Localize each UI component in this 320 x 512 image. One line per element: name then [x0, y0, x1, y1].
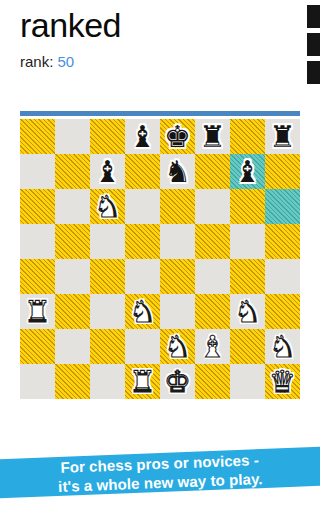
- square-b4[interactable]: [55, 259, 90, 294]
- square-b2[interactable]: [55, 329, 90, 364]
- piece-black-knight[interactable]: ♞: [160, 154, 195, 189]
- piece-white-knight[interactable]: ♞: [230, 294, 265, 329]
- page-title: ranked: [20, 6, 121, 45]
- piece-white-king[interactable]: ♚: [160, 364, 195, 399]
- piece-white-queen[interactable]: ♛: [265, 364, 300, 399]
- piece-white-knight[interactable]: ♞: [90, 189, 125, 224]
- piece-black-bishop[interactable]: ♝: [125, 119, 160, 154]
- square-c5[interactable]: [90, 224, 125, 259]
- square-f4[interactable]: [195, 259, 230, 294]
- square-h7[interactable]: [265, 154, 300, 189]
- square-a4[interactable]: [20, 259, 55, 294]
- square-e8[interactable]: ♚: [160, 119, 195, 154]
- square-c2[interactable]: [90, 329, 125, 364]
- square-f8[interactable]: ♜: [195, 119, 230, 154]
- piece-black-king[interactable]: ♚: [160, 119, 195, 154]
- square-g7[interactable]: ♝: [230, 154, 265, 189]
- square-d8[interactable]: ♝: [125, 119, 160, 154]
- square-g5[interactable]: [230, 224, 265, 259]
- square-d4[interactable]: [125, 259, 160, 294]
- rank-label: rank:: [20, 53, 53, 70]
- square-f5[interactable]: [195, 224, 230, 259]
- square-c3[interactable]: [90, 294, 125, 329]
- square-a7[interactable]: [20, 154, 55, 189]
- square-h1[interactable]: ♛: [265, 364, 300, 399]
- square-e7[interactable]: ♞: [160, 154, 195, 189]
- menu-bar: [307, 61, 320, 84]
- square-b5[interactable]: [55, 224, 90, 259]
- square-g3[interactable]: ♞: [230, 294, 265, 329]
- square-e1[interactable]: ♚: [160, 364, 195, 399]
- square-c4[interactable]: [90, 259, 125, 294]
- piece-white-rook[interactable]: ♜: [20, 294, 55, 329]
- menu-bar: [307, 33, 320, 56]
- piece-black-bishop[interactable]: ♝: [230, 154, 265, 189]
- square-e2[interactable]: ♞: [160, 329, 195, 364]
- square-g6[interactable]: [230, 189, 265, 224]
- square-d6[interactable]: [125, 189, 160, 224]
- square-g8[interactable]: [230, 119, 265, 154]
- square-a6[interactable]: [20, 189, 55, 224]
- square-b7[interactable]: [55, 154, 90, 189]
- chess-board: ♝♚♜♜♝♞♝♞♜♞♞♞♝♞♜♚♛: [20, 119, 300, 399]
- square-a3[interactable]: ♜: [20, 294, 55, 329]
- square-c6[interactable]: ♞: [90, 189, 125, 224]
- square-b6[interactable]: [55, 189, 90, 224]
- promo-banner: For chess pros or novices - it's a whole…: [0, 447, 320, 499]
- square-e6[interactable]: [160, 189, 195, 224]
- square-h2[interactable]: ♞: [265, 329, 300, 364]
- square-f7[interactable]: [195, 154, 230, 189]
- square-c7[interactable]: ♝: [90, 154, 125, 189]
- piece-white-knight[interactable]: ♞: [265, 329, 300, 364]
- square-d1[interactable]: ♜: [125, 364, 160, 399]
- piece-white-bishop[interactable]: ♝: [195, 329, 230, 364]
- square-h3[interactable]: [265, 294, 300, 329]
- piece-white-knight[interactable]: ♞: [125, 294, 160, 329]
- square-b8[interactable]: [55, 119, 90, 154]
- square-d7[interactable]: [125, 154, 160, 189]
- square-f6[interactable]: [195, 189, 230, 224]
- piece-white-knight[interactable]: ♞: [160, 329, 195, 364]
- square-h4[interactable]: [265, 259, 300, 294]
- square-f2[interactable]: ♝: [195, 329, 230, 364]
- square-d3[interactable]: ♞: [125, 294, 160, 329]
- piece-black-rook[interactable]: ♜: [195, 119, 230, 154]
- square-a1[interactable]: [20, 364, 55, 399]
- square-b1[interactable]: [55, 364, 90, 399]
- rank-value: 50: [58, 53, 75, 70]
- square-f1[interactable]: [195, 364, 230, 399]
- header-divider-line: [20, 111, 300, 116]
- piece-black-bishop[interactable]: ♝: [90, 154, 125, 189]
- square-a5[interactable]: [20, 224, 55, 259]
- square-g2[interactable]: [230, 329, 265, 364]
- square-d5[interactable]: [125, 224, 160, 259]
- square-f3[interactable]: [195, 294, 230, 329]
- square-h6[interactable]: [265, 189, 300, 224]
- rank-display: rank: 50: [20, 53, 74, 70]
- piece-white-rook[interactable]: ♜: [125, 364, 160, 399]
- menu-bar: [307, 5, 320, 28]
- square-a8[interactable]: [20, 119, 55, 154]
- square-e3[interactable]: [160, 294, 195, 329]
- square-h5[interactable]: [265, 224, 300, 259]
- square-e5[interactable]: [160, 224, 195, 259]
- square-a2[interactable]: [20, 329, 55, 364]
- square-c8[interactable]: [90, 119, 125, 154]
- piece-black-rook[interactable]: ♜: [265, 119, 300, 154]
- hamburger-menu-icon[interactable]: [307, 5, 320, 89]
- square-d2[interactable]: [125, 329, 160, 364]
- square-c1[interactable]: [90, 364, 125, 399]
- square-g1[interactable]: [230, 364, 265, 399]
- square-b3[interactable]: [55, 294, 90, 329]
- square-h8[interactable]: ♜: [265, 119, 300, 154]
- square-e4[interactable]: [160, 259, 195, 294]
- square-g4[interactable]: [230, 259, 265, 294]
